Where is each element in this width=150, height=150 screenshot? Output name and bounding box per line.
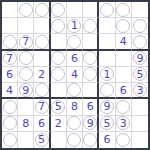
cell-r7c3[interactable]: 7 [34, 99, 50, 115]
given-digit: 5 [103, 118, 110, 129]
cell-r4c2[interactable] [18, 51, 34, 67]
cell-r6c6[interactable] [83, 83, 99, 99]
cell-r1c5[interactable] [67, 2, 83, 18]
given-digit: 9 [87, 118, 94, 129]
cell-r8c8[interactable]: 3 [116, 116, 132, 132]
odd-circle-icon [51, 19, 65, 33]
odd-circle-icon [19, 51, 33, 65]
cell-r5c7[interactable]: 1 [99, 67, 115, 83]
cell-r9c2[interactable] [18, 132, 34, 148]
cell-r7c4[interactable]: 5 [51, 99, 67, 115]
cell-r6c7[interactable] [99, 83, 115, 99]
cell-r4c9[interactable]: 9 [132, 51, 148, 67]
cell-r8c2[interactable]: 8 [18, 116, 34, 132]
cell-r2c9[interactable] [132, 18, 148, 34]
given-digit: 9 [22, 85, 29, 96]
given-digit: 5 [38, 134, 45, 145]
cell-r4c8[interactable] [116, 51, 132, 67]
odd-circle-icon [67, 83, 81, 97]
cell-r1c7[interactable] [99, 2, 115, 18]
cell-r1c4[interactable] [51, 2, 67, 18]
given-digit: 6 [103, 134, 110, 145]
cell-r2c4[interactable] [51, 18, 67, 34]
cell-r3c4[interactable] [51, 34, 67, 50]
odd-circle-icon [133, 19, 147, 33]
cell-r6c2[interactable]: 9 [18, 83, 34, 99]
given-digit: 5 [55, 101, 62, 112]
cell-r6c4[interactable] [51, 83, 67, 99]
cell-r4c7[interactable] [99, 51, 115, 67]
odd-circle-icon [133, 35, 147, 49]
given-digit: 6 [6, 69, 13, 80]
cell-r9c6[interactable] [83, 132, 99, 148]
odd-circle-icon [35, 83, 49, 97]
cell-r8c7[interactable]: 5 [99, 116, 115, 132]
cell-r4c5[interactable]: 6 [67, 51, 83, 67]
given-digit: 9 [103, 101, 110, 112]
cell-r5c3[interactable]: 2 [34, 67, 50, 83]
cell-r1c8[interactable] [116, 2, 132, 18]
given-digit: 5 [136, 69, 143, 80]
cell-r6c3[interactable] [34, 83, 50, 99]
odd-circle-icon [51, 3, 65, 17]
cell-r4c3[interactable] [34, 51, 50, 67]
cell-r2c6[interactable] [83, 18, 99, 34]
given-digit: 4 [71, 69, 78, 80]
cell-r8c5[interactable] [67, 116, 83, 132]
cell-r4c4[interactable] [51, 51, 67, 67]
cell-r3c3[interactable] [34, 34, 50, 50]
cell-r6c8[interactable]: 6 [116, 83, 132, 99]
cell-r8c3[interactable]: 6 [34, 116, 50, 132]
odd-circle-icon [3, 133, 17, 147]
cell-r7c7[interactable]: 9 [99, 99, 115, 115]
cell-r8c6[interactable]: 9 [83, 116, 99, 132]
cell-r5c1[interactable]: 6 [2, 67, 18, 83]
given-digit: 1 [71, 20, 78, 31]
cell-r8c4[interactable]: 2 [51, 116, 67, 132]
odd-circle-icon [83, 133, 97, 147]
given-digit: 3 [120, 118, 127, 129]
cell-r3c8[interactable]: 4 [116, 34, 132, 50]
cell-r2c8[interactable] [116, 18, 132, 34]
given-digit: 6 [87, 101, 94, 112]
odd-circle-icon [83, 67, 97, 81]
odd-circle-icon [35, 35, 49, 49]
sudoku-board: 1747696241549637586986295356 [0, 0, 150, 150]
given-digit: 1 [103, 69, 110, 80]
cell-r1c2[interactable] [18, 2, 34, 18]
given-digit: 3 [136, 85, 143, 96]
given-digit: 4 [6, 85, 13, 96]
cell-r5c4[interactable] [51, 67, 67, 83]
odd-circle-icon [3, 100, 17, 114]
cell-r6c5[interactable] [67, 83, 83, 99]
cell-r7c5[interactable]: 8 [67, 99, 83, 115]
odd-circle-icon [83, 19, 97, 33]
odd-circle-icon [83, 51, 97, 65]
cell-r3c6[interactable] [83, 34, 99, 50]
cell-r5c8[interactable] [116, 67, 132, 83]
cell-r6c9[interactable]: 3 [132, 83, 148, 99]
cell-r8c1[interactable] [2, 116, 18, 132]
given-digit: 9 [136, 53, 143, 64]
odd-circle-icon [100, 83, 114, 97]
cell-r9c7[interactable]: 6 [99, 132, 115, 148]
odd-circle-icon [51, 67, 65, 81]
cell-r3c1[interactable] [2, 34, 18, 50]
odd-circle-icon [116, 19, 130, 33]
cell-r2c3[interactable] [34, 18, 50, 34]
given-digit: 8 [71, 101, 78, 112]
cell-r9c9[interactable] [132, 132, 148, 148]
cell-r4c6[interactable] [83, 51, 99, 67]
odd-circle-icon [67, 133, 81, 147]
odd-circle-icon [100, 3, 114, 17]
odd-circle-icon [19, 3, 33, 17]
given-digit: 6 [120, 85, 127, 96]
cell-r1c9[interactable] [132, 2, 148, 18]
odd-circle-icon [116, 3, 130, 17]
cell-r5c6[interactable] [83, 67, 99, 83]
odd-circle-icon [19, 67, 33, 81]
cell-r2c5[interactable]: 1 [67, 18, 83, 34]
given-digit: 7 [38, 101, 45, 112]
odd-circle-icon [3, 116, 17, 130]
cell-r1c1[interactable] [2, 2, 18, 18]
given-digit: 8 [22, 118, 29, 129]
cell-r7c6[interactable]: 6 [83, 99, 99, 115]
cell-r5c5[interactable]: 4 [67, 67, 83, 83]
cell-r2c1[interactable] [2, 18, 18, 34]
cell-r7c1[interactable] [2, 99, 18, 115]
cell-r5c2[interactable] [18, 67, 34, 83]
cell-r3c2[interactable]: 7 [18, 34, 34, 50]
cell-r9c3[interactable]: 5 [34, 132, 50, 148]
odd-circle-icon [51, 51, 65, 65]
cell-r3c7[interactable] [99, 34, 115, 50]
cell-r2c7[interactable] [99, 18, 115, 34]
cell-r6c1[interactable]: 4 [2, 83, 18, 99]
given-digit: 2 [38, 69, 45, 80]
odd-circle-icon [3, 35, 17, 49]
cell-r4c1[interactable]: 7 [2, 51, 18, 67]
cell-r3c9[interactable] [132, 34, 148, 50]
odd-circle-icon [67, 116, 81, 130]
cell-r7c2[interactable] [18, 99, 34, 115]
cell-r3c5[interactable] [67, 34, 83, 50]
odd-circle-icon [67, 35, 81, 49]
cell-r7c8[interactable] [116, 99, 132, 115]
odd-circle-icon [116, 133, 130, 147]
cell-r7c9[interactable] [132, 99, 148, 115]
cell-r8c9[interactable] [132, 116, 148, 132]
cell-r9c4[interactable] [51, 132, 67, 148]
given-digit: 4 [120, 36, 127, 47]
given-digit: 6 [71, 53, 78, 64]
cell-r2c2[interactable] [18, 18, 34, 34]
odd-circle-icon [116, 100, 130, 114]
cell-r1c6[interactable] [83, 2, 99, 18]
given-digit: 7 [6, 53, 13, 64]
cell-r9c5[interactable] [67, 132, 83, 148]
given-digit: 7 [22, 36, 29, 47]
given-digit: 2 [55, 118, 62, 129]
odd-circle-icon [35, 3, 49, 17]
cell-r9c8[interactable] [116, 132, 132, 148]
cell-r1c3[interactable] [34, 2, 50, 18]
cell-r9c1[interactable] [2, 132, 18, 148]
cell-r5c9[interactable]: 5 [132, 67, 148, 83]
given-digit: 6 [38, 118, 45, 129]
